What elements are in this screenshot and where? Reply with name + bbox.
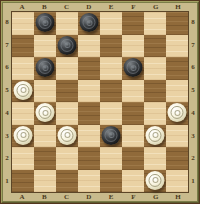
square-c4[interactable] (56, 102, 78, 125)
square-d4[interactable] (78, 102, 100, 125)
square-g4[interactable] (144, 102, 166, 125)
rank-label-right-3: 3 (189, 125, 197, 148)
rank-label-right-7: 7 (189, 34, 197, 57)
file-label-bottom-h: H (167, 193, 189, 201)
file-label-top-c: C (56, 3, 78, 11)
square-e1[interactable] (100, 170, 122, 193)
square-c5[interactable] (56, 80, 78, 103)
square-c6[interactable] (56, 57, 78, 80)
square-h2[interactable] (166, 147, 188, 170)
file-label-bottom-f: F (122, 193, 144, 201)
square-c2[interactable] (56, 147, 78, 170)
square-a1[interactable] (12, 170, 34, 193)
square-e5[interactable] (100, 80, 122, 103)
square-b5[interactable] (34, 80, 56, 103)
square-h1[interactable] (166, 170, 188, 193)
square-d2[interactable] (78, 147, 100, 170)
file-label-top-e: E (100, 3, 122, 11)
square-h3[interactable] (166, 125, 188, 148)
square-b3[interactable] (34, 125, 56, 148)
rank-label-right-2: 2 (189, 148, 197, 171)
square-f6[interactable] (122, 57, 144, 80)
rank-label-left-3: 3 (3, 125, 11, 148)
checker-black[interactable] (102, 126, 121, 145)
checker-white[interactable] (146, 171, 165, 190)
square-b6[interactable] (34, 57, 56, 80)
rank-label-left-4: 4 (3, 102, 11, 125)
square-g2[interactable] (144, 147, 166, 170)
checker-white[interactable] (36, 103, 55, 122)
square-c8[interactable] (56, 12, 78, 35)
square-b7[interactable] (34, 35, 56, 58)
checker-white[interactable] (146, 126, 165, 145)
square-d7[interactable] (78, 35, 100, 58)
file-label-top-d: D (78, 3, 100, 11)
rank-label-right-6: 6 (189, 57, 197, 80)
square-e4[interactable] (100, 102, 122, 125)
file-label-top-f: F (122, 3, 144, 11)
square-c3[interactable] (56, 125, 78, 148)
square-e6[interactable] (100, 57, 122, 80)
square-a6[interactable] (12, 57, 34, 80)
checker-black[interactable] (36, 58, 55, 77)
square-h4[interactable] (166, 102, 188, 125)
square-f5[interactable] (122, 80, 144, 103)
rank-label-left-2: 2 (3, 148, 11, 171)
file-label-top-g: G (145, 3, 167, 11)
checker-white[interactable] (14, 126, 33, 145)
file-label-top-a: A (11, 3, 33, 11)
checkers-board (11, 11, 189, 193)
square-h5[interactable] (166, 80, 188, 103)
checker-white[interactable] (14, 81, 33, 100)
rank-label-right-8: 8 (189, 11, 197, 34)
square-c7[interactable] (56, 35, 78, 58)
square-d1[interactable] (78, 170, 100, 193)
square-f2[interactable] (122, 147, 144, 170)
rank-label-left-5: 5 (3, 79, 11, 102)
checker-black[interactable] (80, 13, 99, 32)
square-b1[interactable] (34, 170, 56, 193)
square-b8[interactable] (34, 12, 56, 35)
square-g7[interactable] (144, 35, 166, 58)
checker-black[interactable] (36, 13, 55, 32)
square-h6[interactable] (166, 57, 188, 80)
file-label-bottom-b: B (33, 193, 55, 201)
square-d3[interactable] (78, 125, 100, 148)
square-a7[interactable] (12, 35, 34, 58)
square-f4[interactable] (122, 102, 144, 125)
square-h7[interactable] (166, 35, 188, 58)
square-c1[interactable] (56, 170, 78, 193)
square-f7[interactable] (122, 35, 144, 58)
checker-white[interactable] (58, 126, 77, 145)
file-label-bottom-g: G (145, 193, 167, 201)
square-g3[interactable] (144, 125, 166, 148)
rank-label-left-6: 6 (3, 57, 11, 80)
rank-label-left-1: 1 (3, 170, 11, 193)
file-label-bottom-d: D (78, 193, 100, 201)
rank-label-right-5: 5 (189, 79, 197, 102)
square-f3[interactable] (122, 125, 144, 148)
square-g5[interactable] (144, 80, 166, 103)
checker-black[interactable] (58, 36, 77, 55)
file-label-bottom-e: E (100, 193, 122, 201)
board-plate: AABBCCDDEEFFGGHH8877665544332211 (3, 3, 197, 201)
checkers-board-frame: AABBCCDDEEFFGGHH8877665544332211 (0, 0, 200, 204)
square-d5[interactable] (78, 80, 100, 103)
square-a5[interactable] (12, 80, 34, 103)
square-d8[interactable] (78, 12, 100, 35)
square-e7[interactable] (100, 35, 122, 58)
file-label-top-h: H (167, 3, 189, 11)
checker-white[interactable] (168, 103, 187, 122)
rank-label-left-7: 7 (3, 34, 11, 57)
square-g8[interactable] (144, 12, 166, 35)
square-a2[interactable] (12, 147, 34, 170)
checker-black[interactable] (124, 58, 143, 77)
square-e3[interactable] (100, 125, 122, 148)
square-f8[interactable] (122, 12, 144, 35)
file-label-top-b: B (33, 3, 55, 11)
file-label-bottom-a: A (11, 193, 33, 201)
square-e2[interactable] (100, 147, 122, 170)
square-g1[interactable] (144, 170, 166, 193)
square-b2[interactable] (34, 147, 56, 170)
rank-label-left-8: 8 (3, 11, 11, 34)
square-h8[interactable] (166, 12, 188, 35)
square-f1[interactable] (122, 170, 144, 193)
square-b4[interactable] (34, 102, 56, 125)
square-a3[interactable] (12, 125, 34, 148)
rank-label-right-1: 1 (189, 170, 197, 193)
square-a8[interactable] (12, 12, 34, 35)
square-a4[interactable] (12, 102, 34, 125)
rank-label-right-4: 4 (189, 102, 197, 125)
square-d6[interactable] (78, 57, 100, 80)
square-e8[interactable] (100, 12, 122, 35)
square-g6[interactable] (144, 57, 166, 80)
file-label-bottom-c: C (56, 193, 78, 201)
